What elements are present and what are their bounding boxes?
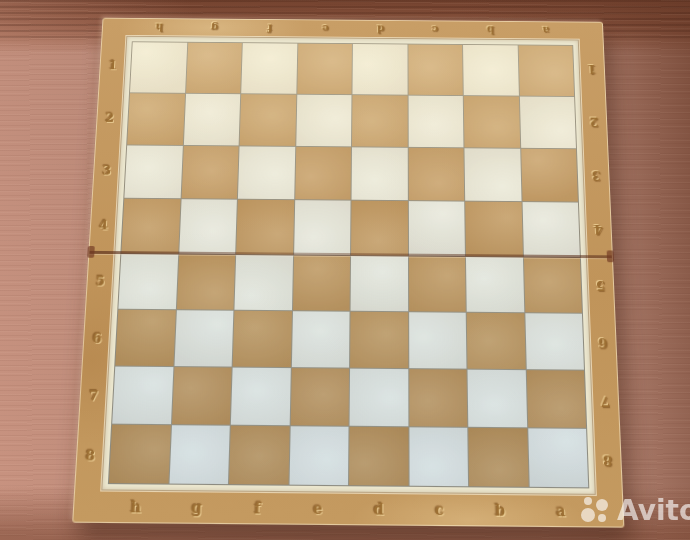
hinge-notch-right <box>607 250 614 262</box>
avito-logo-icon <box>581 495 612 527</box>
square-g6 <box>174 310 233 366</box>
square-e1 <box>297 44 352 95</box>
square-h1 <box>130 42 187 93</box>
squares-grid <box>108 41 589 488</box>
rank-label-right-7: 7 <box>593 371 617 430</box>
hinge-notch-left <box>87 246 95 258</box>
rank-label-left-2: 2 <box>98 91 121 144</box>
square-a5 <box>523 257 581 312</box>
file-label-top-d: d <box>352 21 407 38</box>
rank-label-right-1: 1 <box>581 43 603 95</box>
square-a3 <box>521 149 578 202</box>
avito-watermark-text: Avito <box>617 495 690 527</box>
rank-label-left-7: 7 <box>81 367 106 426</box>
square-f1 <box>241 43 297 94</box>
rank-label-right-2: 2 <box>583 95 606 148</box>
file-label-top-h: h <box>131 19 187 36</box>
square-e3 <box>295 147 351 200</box>
file-label-top-f: f <box>242 20 298 37</box>
file-label-top-c: c <box>408 21 463 38</box>
square-e5 <box>292 255 350 310</box>
square-b8 <box>468 428 528 487</box>
square-e4 <box>294 201 351 255</box>
square-a4 <box>522 202 580 256</box>
rank-label-left-5: 5 <box>88 253 112 310</box>
rank-label-left-1: 1 <box>101 39 124 91</box>
square-c8 <box>409 427 468 486</box>
square-b4 <box>465 202 522 256</box>
file-labels-bottom: hgfedcba <box>105 493 592 524</box>
square-e7 <box>290 368 349 426</box>
square-g4 <box>179 200 237 254</box>
square-b5 <box>466 257 524 312</box>
square-c2 <box>408 96 463 148</box>
rank-label-left-4: 4 <box>91 198 115 253</box>
square-d7 <box>350 368 408 426</box>
file-label-top-b: b <box>463 22 519 39</box>
square-c1 <box>408 44 463 95</box>
avito-watermark: Avito <box>581 495 690 527</box>
square-c4 <box>408 201 465 255</box>
file-label-top-a: a <box>518 22 574 39</box>
square-a8 <box>528 428 588 487</box>
square-b7 <box>468 369 527 427</box>
rank-label-left-8: 8 <box>77 426 102 486</box>
file-label-bottom-d: d <box>348 495 409 523</box>
square-d1 <box>352 44 407 95</box>
square-b1 <box>463 45 518 96</box>
photo-scene: hgfedcba hgfedcba 12345678 12345678 Avit… <box>0 0 690 540</box>
chess-board: hgfedcba hgfedcba 12345678 12345678 <box>72 18 624 528</box>
square-b2 <box>464 96 520 148</box>
square-g2 <box>183 94 240 146</box>
square-a6 <box>525 313 584 370</box>
square-f7 <box>231 367 290 425</box>
rank-label-right-3: 3 <box>585 148 608 202</box>
square-a1 <box>518 45 574 96</box>
square-g8 <box>169 425 230 484</box>
board-frame: hgfedcba hgfedcba 12345678 12345678 <box>72 18 624 528</box>
rank-label-left-3: 3 <box>95 144 119 198</box>
square-h6 <box>115 309 175 365</box>
square-f3 <box>238 147 295 200</box>
square-c6 <box>409 312 467 369</box>
square-g1 <box>186 43 242 94</box>
rank-label-left-6: 6 <box>85 309 110 367</box>
file-label-bottom-f: f <box>227 494 288 522</box>
square-g5 <box>176 254 235 309</box>
square-e2 <box>296 95 352 147</box>
file-label-top-e: e <box>297 20 352 37</box>
rank-label-right-6: 6 <box>591 314 615 372</box>
square-b3 <box>464 149 521 202</box>
square-a7 <box>526 370 586 428</box>
playing-field <box>101 36 596 495</box>
file-label-bottom-e: e <box>287 494 348 522</box>
file-label-bottom-c: c <box>409 495 470 523</box>
square-c3 <box>408 148 464 201</box>
square-b6 <box>467 312 525 369</box>
square-c7 <box>409 369 467 427</box>
rank-label-right-5: 5 <box>589 257 612 314</box>
square-h8 <box>109 425 170 484</box>
square-d6 <box>350 311 408 367</box>
square-a2 <box>519 97 576 149</box>
file-label-bottom-b: b <box>470 496 531 524</box>
square-g7 <box>172 367 232 425</box>
square-h3 <box>124 146 182 199</box>
rank-label-right-4: 4 <box>587 202 610 257</box>
square-f4 <box>236 200 294 254</box>
file-label-bottom-h: h <box>105 493 167 521</box>
square-f8 <box>229 426 289 485</box>
square-f2 <box>240 94 296 146</box>
square-e6 <box>291 311 349 367</box>
square-c5 <box>408 256 465 311</box>
square-d4 <box>351 201 407 255</box>
square-h2 <box>127 93 184 145</box>
file-label-top-g: g <box>186 19 242 36</box>
square-d8 <box>349 427 408 486</box>
file-label-bottom-g: g <box>166 493 228 521</box>
square-e8 <box>289 426 349 485</box>
square-d5 <box>351 256 408 311</box>
square-g3 <box>181 146 238 199</box>
square-d2 <box>352 95 407 147</box>
square-h5 <box>118 254 177 309</box>
square-h4 <box>121 199 180 253</box>
square-f6 <box>233 310 292 366</box>
square-f5 <box>234 255 292 310</box>
square-d3 <box>352 148 408 201</box>
square-h7 <box>112 366 173 424</box>
rank-label-right-8: 8 <box>595 430 619 491</box>
